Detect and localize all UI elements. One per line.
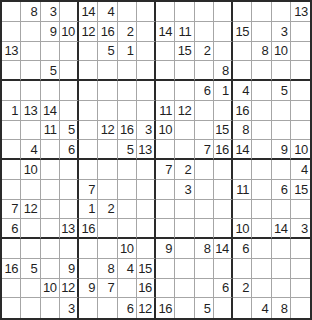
- cell-r1c5[interactable]: 14: [79, 2, 98, 22]
- cell-r4c2[interactable]: [21, 61, 40, 81]
- cell-r15c6[interactable]: 7: [98, 279, 117, 299]
- cell-r4c3[interactable]: 5: [41, 61, 60, 81]
- cell-r8c9[interactable]: [156, 140, 175, 160]
- cell-r2c14[interactable]: [252, 22, 271, 42]
- cell-r3c16[interactable]: [291, 42, 310, 62]
- cell-r8c11[interactable]: 7: [195, 140, 214, 160]
- cell-r14c15[interactable]: [272, 259, 291, 279]
- cell-r15c16[interactable]: [291, 279, 310, 299]
- cell-r13c1[interactable]: [2, 239, 21, 259]
- cell-r15c10[interactable]: [175, 279, 194, 299]
- cell-r14c1[interactable]: 16: [2, 259, 21, 279]
- cell-r7c6[interactable]: 12: [98, 121, 117, 141]
- cell-r10c7[interactable]: [118, 180, 137, 200]
- cell-r12c13[interactable]: 10: [233, 219, 252, 239]
- cell-r5c8[interactable]: [137, 81, 156, 101]
- cell-r13c13[interactable]: 6: [233, 239, 252, 259]
- cell-r5c3[interactable]: [41, 81, 60, 101]
- cell-r12c11[interactable]: [195, 219, 214, 239]
- cell-r11c2[interactable]: 12: [21, 200, 40, 220]
- cell-r11c8[interactable]: [137, 200, 156, 220]
- cell-r3c10[interactable]: 15: [175, 42, 194, 62]
- cell-r15c15[interactable]: [272, 279, 291, 299]
- cell-r13c5[interactable]: [79, 239, 98, 259]
- cell-r9c7[interactable]: [118, 160, 137, 180]
- cell-r5c10[interactable]: [175, 81, 194, 101]
- cell-r14c6[interactable]: 8: [98, 259, 117, 279]
- sudoku-board: 8314413910121621411153135115281058614511…: [0, 0, 312, 320]
- cell-r4c8[interactable]: [137, 61, 156, 81]
- cell-r6c3[interactable]: 14: [41, 101, 60, 121]
- cell-r7c15[interactable]: [272, 121, 291, 141]
- cell-r11c11[interactable]: [195, 200, 214, 220]
- cell-r3c2[interactable]: [21, 42, 40, 62]
- cell-r6c14[interactable]: [252, 101, 271, 121]
- cell-r4c15[interactable]: [272, 61, 291, 81]
- cell-r4c16[interactable]: [291, 61, 310, 81]
- cell-r1c11[interactable]: [195, 2, 214, 22]
- cell-r14c2[interactable]: 5: [21, 259, 40, 279]
- cell-r4c6[interactable]: [98, 61, 117, 81]
- cell-r3c14[interactable]: 8: [252, 42, 271, 62]
- cell-r16c15[interactable]: 8: [272, 298, 291, 318]
- cell-r3c7[interactable]: 1: [118, 42, 137, 62]
- cell-r8c7[interactable]: 5: [118, 140, 137, 160]
- cell-r14c5[interactable]: [79, 259, 98, 279]
- cell-r7c12[interactable]: 15: [214, 121, 233, 141]
- cell-r2c16[interactable]: [291, 22, 310, 42]
- cell-r12c14[interactable]: [252, 219, 271, 239]
- cell-r15c11[interactable]: [195, 279, 214, 299]
- cell-r8c15[interactable]: 9: [272, 140, 291, 160]
- cell-r15c1[interactable]: [2, 279, 21, 299]
- cell-r3c13[interactable]: [233, 42, 252, 62]
- cell-r6c16[interactable]: [291, 101, 310, 121]
- cell-r2c1[interactable]: [2, 22, 21, 42]
- cell-r13c12[interactable]: 14: [214, 239, 233, 259]
- cell-r9c12[interactable]: [214, 160, 233, 180]
- cell-r10c16[interactable]: 15: [291, 180, 310, 200]
- cell-r15c14[interactable]: [252, 279, 271, 299]
- cell-r9c13[interactable]: [233, 160, 252, 180]
- cell-r12c10[interactable]: [175, 219, 194, 239]
- cell-r14c7[interactable]: 4: [118, 259, 137, 279]
- cell-r2c8[interactable]: [137, 22, 156, 42]
- cell-r6c9[interactable]: 11: [156, 101, 175, 121]
- cell-r10c13[interactable]: 11: [233, 180, 252, 200]
- cell-r15c13[interactable]: 2: [233, 279, 252, 299]
- cell-r7c11[interactable]: [195, 121, 214, 141]
- cell-r1c14[interactable]: [252, 2, 271, 22]
- cell-r12c7[interactable]: [118, 219, 137, 239]
- cell-r1c8[interactable]: [137, 2, 156, 22]
- cell-r5c5[interactable]: [79, 81, 98, 101]
- cell-r16c9[interactable]: 16: [156, 298, 175, 318]
- cell-r3c6[interactable]: 5: [98, 42, 117, 62]
- cell-r16c2[interactable]: [21, 298, 40, 318]
- cell-r7c3[interactable]: 11: [41, 121, 60, 141]
- cell-r16c13[interactable]: [233, 298, 252, 318]
- cell-r12c3[interactable]: [41, 219, 60, 239]
- cell-r2c5[interactable]: 12: [79, 22, 98, 42]
- cell-r15c9[interactable]: [156, 279, 175, 299]
- cell-r16c16[interactable]: [291, 298, 310, 318]
- cell-r10c10[interactable]: 3: [175, 180, 194, 200]
- cell-r16c14[interactable]: 4: [252, 298, 271, 318]
- cell-r11c10[interactable]: [175, 200, 194, 220]
- cell-r7c10[interactable]: [175, 121, 194, 141]
- cell-r9c11[interactable]: [195, 160, 214, 180]
- cell-r9c8[interactable]: [137, 160, 156, 180]
- cell-r9c2[interactable]: 10: [21, 160, 40, 180]
- cell-r7c8[interactable]: 3: [137, 121, 156, 141]
- cell-r4c7[interactable]: [118, 61, 137, 81]
- cell-r14c11[interactable]: [195, 259, 214, 279]
- cell-r8c3[interactable]: [41, 140, 60, 160]
- cell-r1c10[interactable]: [175, 2, 194, 22]
- cell-r5c9[interactable]: [156, 81, 175, 101]
- cell-r4c9[interactable]: [156, 61, 175, 81]
- cell-r11c14[interactable]: [252, 200, 271, 220]
- cell-r11c16[interactable]: [291, 200, 310, 220]
- cell-r14c10[interactable]: [175, 259, 194, 279]
- cell-r1c15[interactable]: [272, 2, 291, 22]
- cell-r10c5[interactable]: 7: [79, 180, 98, 200]
- cell-r8c14[interactable]: [252, 140, 271, 160]
- cell-r7c16[interactable]: [291, 121, 310, 141]
- cell-r10c6[interactable]: [98, 180, 117, 200]
- cell-r6c12[interactable]: [214, 101, 233, 121]
- cell-r6c7[interactable]: [118, 101, 137, 121]
- cell-r15c2[interactable]: [21, 279, 40, 299]
- cell-r1c12[interactable]: [214, 2, 233, 22]
- cell-r1c16[interactable]: 13: [291, 2, 310, 22]
- cell-r1c13[interactable]: [233, 2, 252, 22]
- cell-r9c9[interactable]: 7: [156, 160, 175, 180]
- cell-r14c14[interactable]: [252, 259, 271, 279]
- cell-r3c3[interactable]: [41, 42, 60, 62]
- cell-r9c10[interactable]: 2: [175, 160, 194, 180]
- cell-r16c1[interactable]: [2, 298, 21, 318]
- cell-r9c6[interactable]: [98, 160, 117, 180]
- cell-r13c8[interactable]: [137, 239, 156, 259]
- cell-r6c2[interactable]: 13: [21, 101, 40, 121]
- cell-r7c14[interactable]: [252, 121, 271, 141]
- cell-r11c5[interactable]: 1: [79, 200, 98, 220]
- cell-r16c7[interactable]: 6: [118, 298, 137, 318]
- cell-r5c2[interactable]: [21, 81, 40, 101]
- cell-r13c7[interactable]: 10: [118, 239, 137, 259]
- cell-r12c1[interactable]: 6: [2, 219, 21, 239]
- cell-r14c16[interactable]: [291, 259, 310, 279]
- cell-r11c15[interactable]: [272, 200, 291, 220]
- cell-r9c5[interactable]: [79, 160, 98, 180]
- cell-r13c3[interactable]: [41, 239, 60, 259]
- cell-r8c10[interactable]: [175, 140, 194, 160]
- cell-r3c11[interactable]: 2: [195, 42, 214, 62]
- cell-r10c9[interactable]: [156, 180, 175, 200]
- cell-r4c1[interactable]: [2, 61, 21, 81]
- cell-r13c16[interactable]: [291, 239, 310, 259]
- cell-r13c11[interactable]: 8: [195, 239, 214, 259]
- cell-r14c12[interactable]: [214, 259, 233, 279]
- cell-r10c14[interactable]: [252, 180, 271, 200]
- cell-r1c9[interactable]: [156, 2, 175, 22]
- cell-r3c12[interactable]: [214, 42, 233, 62]
- cell-r3c9[interactable]: [156, 42, 175, 62]
- cell-r5c7[interactable]: [118, 81, 137, 101]
- cell-r7c9[interactable]: 10: [156, 121, 175, 141]
- cell-r1c6[interactable]: 4: [98, 2, 117, 22]
- cell-r9c1[interactable]: [2, 160, 21, 180]
- cell-r13c6[interactable]: [98, 239, 117, 259]
- cell-r11c13[interactable]: [233, 200, 252, 220]
- cell-r8c16[interactable]: 10: [291, 140, 310, 160]
- cell-r10c4[interactable]: [60, 180, 79, 200]
- cell-r10c3[interactable]: [41, 180, 60, 200]
- cell-r9c15[interactable]: [272, 160, 291, 180]
- cell-r3c1[interactable]: 13: [2, 42, 21, 62]
- cell-r13c14[interactable]: [252, 239, 271, 259]
- cell-r2c4[interactable]: 10: [60, 22, 79, 42]
- cell-r9c3[interactable]: [41, 160, 60, 180]
- cell-r7c4[interactable]: 5: [60, 121, 79, 141]
- cell-r14c9[interactable]: [156, 259, 175, 279]
- cell-r2c10[interactable]: 11: [175, 22, 194, 42]
- cell-r8c1[interactable]: [2, 140, 21, 160]
- cell-r10c2[interactable]: [21, 180, 40, 200]
- cell-r12c9[interactable]: [156, 219, 175, 239]
- cell-r8c12[interactable]: 16: [214, 140, 233, 160]
- cell-r12c2[interactable]: [21, 219, 40, 239]
- cell-r16c6[interactable]: [98, 298, 117, 318]
- cell-r16c10[interactable]: [175, 298, 194, 318]
- cell-r12c15[interactable]: 14: [272, 219, 291, 239]
- cell-r1c2[interactable]: 8: [21, 2, 40, 22]
- cell-r3c4[interactable]: [60, 42, 79, 62]
- cell-r2c2[interactable]: [21, 22, 40, 42]
- cell-r7c5[interactable]: [79, 121, 98, 141]
- cell-r4c13[interactable]: [233, 61, 252, 81]
- cell-r15c3[interactable]: 10: [41, 279, 60, 299]
- cell-r8c6[interactable]: [98, 140, 117, 160]
- cell-r2c12[interactable]: [214, 22, 233, 42]
- cell-r13c15[interactable]: [272, 239, 291, 259]
- cell-r6c1[interactable]: 1: [2, 101, 21, 121]
- cell-r7c13[interactable]: 8: [233, 121, 252, 141]
- cell-r3c8[interactable]: [137, 42, 156, 62]
- cell-r1c1[interactable]: [2, 2, 21, 22]
- cell-r12c4[interactable]: 13: [60, 219, 79, 239]
- cell-r2c11[interactable]: [195, 22, 214, 42]
- cell-r12c8[interactable]: [137, 219, 156, 239]
- cell-r6c8[interactable]: [137, 101, 156, 121]
- cell-r6c15[interactable]: [272, 101, 291, 121]
- cell-r13c9[interactable]: 9: [156, 239, 175, 259]
- cell-r10c1[interactable]: [2, 180, 21, 200]
- cell-r12c5[interactable]: 16: [79, 219, 98, 239]
- cell-r16c11[interactable]: 5: [195, 298, 214, 318]
- cell-r4c4[interactable]: [60, 61, 79, 81]
- cell-r2c7[interactable]: 2: [118, 22, 137, 42]
- cell-r16c4[interactable]: 3: [60, 298, 79, 318]
- cell-r14c13[interactable]: [233, 259, 252, 279]
- cell-r5c6[interactable]: [98, 81, 117, 101]
- cell-r1c4[interactable]: [60, 2, 79, 22]
- cell-r15c12[interactable]: 6: [214, 279, 233, 299]
- cell-r14c3[interactable]: [41, 259, 60, 279]
- cell-r5c13[interactable]: 4: [233, 81, 252, 101]
- cell-r15c8[interactable]: 16: [137, 279, 156, 299]
- cell-r10c8[interactable]: [137, 180, 156, 200]
- cell-r5c15[interactable]: 5: [272, 81, 291, 101]
- cell-r12c16[interactable]: 3: [291, 219, 310, 239]
- cell-r16c5[interactable]: [79, 298, 98, 318]
- cell-r1c7[interactable]: [118, 2, 137, 22]
- cell-r11c6[interactable]: 2: [98, 200, 117, 220]
- cell-r2c13[interactable]: 15: [233, 22, 252, 42]
- cell-r12c12[interactable]: [214, 219, 233, 239]
- cell-r6c6[interactable]: [98, 101, 117, 121]
- cell-r4c14[interactable]: [252, 61, 271, 81]
- cell-r13c2[interactable]: [21, 239, 40, 259]
- cell-r10c15[interactable]: 6: [272, 180, 291, 200]
- cell-r5c11[interactable]: 6: [195, 81, 214, 101]
- cell-r9c14[interactable]: [252, 160, 271, 180]
- cell-r9c4[interactable]: [60, 160, 79, 180]
- cell-r3c5[interactable]: [79, 42, 98, 62]
- cell-r11c1[interactable]: 7: [2, 200, 21, 220]
- cell-r13c4[interactable]: [60, 239, 79, 259]
- cell-r15c5[interactable]: 9: [79, 279, 98, 299]
- cell-r7c1[interactable]: [2, 121, 21, 141]
- cell-r7c7[interactable]: 16: [118, 121, 137, 141]
- cell-r11c7[interactable]: [118, 200, 137, 220]
- cell-r5c1[interactable]: [2, 81, 21, 101]
- cell-r12c6[interactable]: [98, 219, 117, 239]
- cell-r2c15[interactable]: 3: [272, 22, 291, 42]
- cell-r8c8[interactable]: 13: [137, 140, 156, 160]
- cell-r5c16[interactable]: [291, 81, 310, 101]
- cell-r6c4[interactable]: [60, 101, 79, 121]
- cell-r9c16[interactable]: 4: [291, 160, 310, 180]
- cell-r10c12[interactable]: [214, 180, 233, 200]
- cell-r14c4[interactable]: 9: [60, 259, 79, 279]
- cell-r2c9[interactable]: 14: [156, 22, 175, 42]
- cell-r8c4[interactable]: 6: [60, 140, 79, 160]
- cell-r16c12[interactable]: [214, 298, 233, 318]
- cell-r14c8[interactable]: 15: [137, 259, 156, 279]
- cell-r4c10[interactable]: [175, 61, 194, 81]
- cell-r8c13[interactable]: 14: [233, 140, 252, 160]
- cell-r2c6[interactable]: 16: [98, 22, 117, 42]
- cell-r5c14[interactable]: [252, 81, 271, 101]
- cell-r15c4[interactable]: 12: [60, 279, 79, 299]
- cell-r3c15[interactable]: 10: [272, 42, 291, 62]
- cell-r11c12[interactable]: [214, 200, 233, 220]
- cell-r16c8[interactable]: 12: [137, 298, 156, 318]
- cell-r7c2[interactable]: [21, 121, 40, 141]
- cell-r6c10[interactable]: 12: [175, 101, 194, 121]
- cell-r4c11[interactable]: [195, 61, 214, 81]
- cell-r11c4[interactable]: [60, 200, 79, 220]
- cell-r11c3[interactable]: [41, 200, 60, 220]
- cell-r2c3[interactable]: 9: [41, 22, 60, 42]
- cell-r8c2[interactable]: 4: [21, 140, 40, 160]
- cell-r4c12[interactable]: 8: [214, 61, 233, 81]
- cell-r10c11[interactable]: [195, 180, 214, 200]
- cell-r8c5[interactable]: [79, 140, 98, 160]
- cell-r6c11[interactable]: [195, 101, 214, 121]
- cell-r6c13[interactable]: 16: [233, 101, 252, 121]
- cell-r15c7[interactable]: [118, 279, 137, 299]
- cell-r16c3[interactable]: [41, 298, 60, 318]
- cell-r6c5[interactable]: [79, 101, 98, 121]
- cell-r1c3[interactable]: 3: [41, 2, 60, 22]
- cell-r5c4[interactable]: [60, 81, 79, 101]
- cell-r13c10[interactable]: [175, 239, 194, 259]
- cell-r11c9[interactable]: [156, 200, 175, 220]
- cell-r4c5[interactable]: [79, 61, 98, 81]
- cell-r5c12[interactable]: 1: [214, 81, 233, 101]
